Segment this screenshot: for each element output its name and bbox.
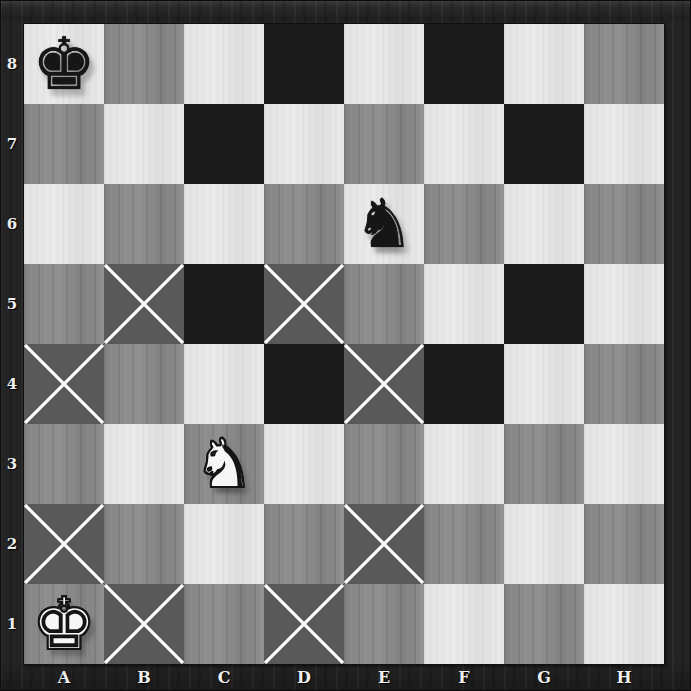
square-h3[interactable] [584,424,664,504]
rank-label-1: 1 [0,584,24,664]
white-knight[interactable]: ♞ [184,424,264,504]
square-f5[interactable] [424,264,504,344]
square-d3[interactable] [264,424,344,504]
square-d8[interactable] [264,24,344,104]
square-e1[interactable] [344,584,424,664]
square-c8[interactable] [184,24,264,104]
rank-labels: 87654321 [0,24,24,664]
square-b6[interactable] [104,184,184,264]
square-c5[interactable] [184,264,264,344]
square-g5[interactable] [504,264,584,344]
x-mark-icon [344,344,424,424]
square-c3[interactable]: ♞ [184,424,264,504]
square-c7[interactable] [184,104,264,184]
square-a1[interactable]: ♚ [24,584,104,664]
square-d6[interactable] [264,184,344,264]
square-e5[interactable] [344,264,424,344]
square-g1[interactable] [504,584,584,664]
square-f6[interactable] [424,184,504,264]
square-d2[interactable] [264,504,344,584]
square-g2[interactable] [504,504,584,584]
x-mark-icon [264,264,344,344]
chess-board: ♚♞♞♚ [24,24,664,664]
square-g6[interactable] [504,184,584,264]
square-e2[interactable] [344,504,424,584]
square-c4[interactable] [184,344,264,424]
file-label-e: E [344,664,424,691]
square-h5[interactable] [584,264,664,344]
file-label-b: B [104,664,184,691]
square-g7[interactable] [504,104,584,184]
square-h8[interactable] [584,24,664,104]
square-h4[interactable] [584,344,664,424]
square-e3[interactable] [344,424,424,504]
rank-label-6: 6 [0,184,24,264]
x-mark-icon [104,584,184,664]
square-c6[interactable] [184,184,264,264]
square-b8[interactable] [104,24,184,104]
square-a3[interactable] [24,424,104,504]
square-c1[interactable] [184,584,264,664]
square-f1[interactable] [424,584,504,664]
black-king[interactable]: ♚ [24,24,104,104]
square-d1[interactable] [264,584,344,664]
square-b1[interactable] [104,584,184,664]
rank-label-4: 4 [0,344,24,424]
x-mark-icon [344,504,424,584]
rank-label-2: 2 [0,504,24,584]
square-b7[interactable] [104,104,184,184]
square-a2[interactable] [24,504,104,584]
square-e6[interactable]: ♞ [344,184,424,264]
square-h1[interactable] [584,584,664,664]
square-a4[interactable] [24,344,104,424]
square-g4[interactable] [504,344,584,424]
square-a8[interactable]: ♚ [24,24,104,104]
file-label-c: C [184,664,264,691]
square-h7[interactable] [584,104,664,184]
square-f3[interactable] [424,424,504,504]
square-b5[interactable] [104,264,184,344]
file-label-f: F [424,664,504,691]
square-b2[interactable] [104,504,184,584]
square-g8[interactable] [504,24,584,104]
x-mark-icon [104,264,184,344]
square-a6[interactable] [24,184,104,264]
square-g3[interactable] [504,424,584,504]
white-king[interactable]: ♚ [24,584,104,664]
square-h6[interactable] [584,184,664,264]
x-mark-icon [24,504,104,584]
square-e8[interactable] [344,24,424,104]
square-b3[interactable] [104,424,184,504]
square-c2[interactable] [184,504,264,584]
square-a7[interactable] [24,104,104,184]
square-d5[interactable] [264,264,344,344]
file-label-a: A [24,664,104,691]
rank-label-8: 8 [0,24,24,104]
square-d4[interactable] [264,344,344,424]
square-f4[interactable] [424,344,504,424]
square-b4[interactable] [104,344,184,424]
file-label-h: H [584,664,664,691]
square-d7[interactable] [264,104,344,184]
square-f2[interactable] [424,504,504,584]
rank-label-7: 7 [0,104,24,184]
black-knight[interactable]: ♞ [344,184,424,264]
file-label-d: D [264,664,344,691]
square-a5[interactable] [24,264,104,344]
square-e7[interactable] [344,104,424,184]
x-mark-icon [264,584,344,664]
file-labels: ABCDEFGH [24,664,664,691]
square-e4[interactable] [344,344,424,424]
square-h2[interactable] [584,504,664,584]
x-mark-icon [24,344,104,424]
square-f7[interactable] [424,104,504,184]
square-f8[interactable] [424,24,504,104]
file-label-g: G [504,664,584,691]
board-frame: 87654321 ABCDEFGH ♚♞♞♚ [0,0,691,691]
rank-label-3: 3 [0,424,24,504]
rank-label-5: 5 [0,264,24,344]
